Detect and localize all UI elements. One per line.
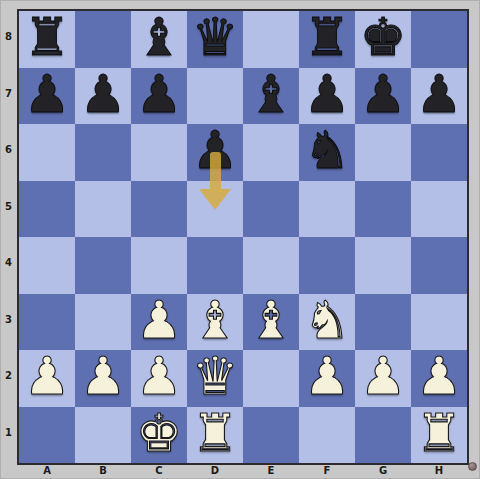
square-g5[interactable] — [355, 181, 411, 238]
rank-label-5: 5 — [1, 201, 16, 212]
file-label-c: C — [131, 465, 187, 476]
square-f4[interactable] — [299, 237, 355, 294]
square-b6[interactable] — [75, 124, 131, 181]
square-c6[interactable] — [131, 124, 187, 181]
white-bishop-piece[interactable]: ♝ — [248, 294, 295, 346]
black-rook-piece[interactable]: ♜ — [24, 11, 71, 63]
square-f2[interactable]: ♟ — [299, 350, 355, 407]
square-g4[interactable] — [355, 237, 411, 294]
square-h1[interactable]: ♜ — [411, 407, 467, 464]
square-h7[interactable]: ♟ — [411, 68, 467, 125]
white-pawn-piece[interactable]: ♟ — [24, 350, 71, 402]
square-g3[interactable] — [355, 294, 411, 351]
square-g1[interactable] — [355, 407, 411, 464]
file-label-f: F — [299, 465, 355, 476]
black-rook-piece[interactable]: ♜ — [304, 11, 351, 63]
square-c2[interactable]: ♟ — [131, 350, 187, 407]
white-queen-piece[interactable]: ♛ — [192, 350, 239, 402]
white-pawn-piece[interactable]: ♟ — [80, 350, 127, 402]
square-a5[interactable] — [19, 181, 75, 238]
square-e5[interactable] — [243, 181, 299, 238]
black-bishop-piece[interactable]: ♝ — [136, 11, 183, 63]
square-d8[interactable]: ♛ — [187, 11, 243, 68]
board-frame: ♜♝♛♜♚♟♟♟♝♟♟♟♟♞♟♝♝♞♟♟♟♛♟♟♟♚♜♜ — [17, 9, 469, 465]
square-b4[interactable] — [75, 237, 131, 294]
square-a6[interactable] — [19, 124, 75, 181]
black-knight-piece[interactable]: ♞ — [304, 124, 351, 176]
square-a4[interactable] — [19, 237, 75, 294]
square-e6[interactable] — [243, 124, 299, 181]
square-e4[interactable] — [243, 237, 299, 294]
square-c3[interactable]: ♟ — [131, 294, 187, 351]
rank-label-2: 2 — [1, 370, 16, 381]
square-d5[interactable] — [187, 181, 243, 238]
square-b1[interactable] — [75, 407, 131, 464]
square-a8[interactable]: ♜ — [19, 11, 75, 68]
white-pawn-piece[interactable]: ♟ — [416, 350, 463, 402]
black-bishop-piece[interactable]: ♝ — [248, 68, 295, 120]
file-label-g: G — [355, 465, 411, 476]
square-g6[interactable] — [355, 124, 411, 181]
black-pawn-piece[interactable]: ♟ — [360, 68, 407, 120]
white-pawn-piece[interactable]: ♟ — [136, 350, 183, 402]
square-g7[interactable]: ♟ — [355, 68, 411, 125]
file-label-a: A — [19, 465, 75, 476]
square-a3[interactable] — [19, 294, 75, 351]
square-c5[interactable] — [131, 181, 187, 238]
square-h6[interactable] — [411, 124, 467, 181]
white-rook-piece[interactable]: ♜ — [416, 407, 463, 459]
square-h5[interactable] — [411, 181, 467, 238]
square-e3[interactable]: ♝ — [243, 294, 299, 351]
rank-label-7: 7 — [1, 88, 16, 99]
square-e7[interactable]: ♝ — [243, 68, 299, 125]
square-c1[interactable]: ♚ — [131, 407, 187, 464]
square-f7[interactable]: ♟ — [299, 68, 355, 125]
white-pawn-piece[interactable]: ♟ — [136, 294, 183, 346]
black-pawn-piece[interactable]: ♟ — [304, 68, 351, 120]
square-b2[interactable]: ♟ — [75, 350, 131, 407]
black-pawn-piece[interactable]: ♟ — [24, 68, 71, 120]
square-a7[interactable]: ♟ — [19, 68, 75, 125]
square-e8[interactable] — [243, 11, 299, 68]
square-b5[interactable] — [75, 181, 131, 238]
file-label-e: E — [243, 465, 299, 476]
rank-label-1: 1 — [1, 427, 16, 438]
rank-label-8: 8 — [1, 31, 16, 42]
square-h3[interactable] — [411, 294, 467, 351]
square-h2[interactable]: ♟ — [411, 350, 467, 407]
black-king-piece[interactable]: ♚ — [360, 11, 407, 63]
square-f6[interactable]: ♞ — [299, 124, 355, 181]
white-knight-piece[interactable]: ♞ — [304, 294, 351, 346]
white-pawn-piece[interactable]: ♟ — [304, 350, 351, 402]
square-d6[interactable]: ♟ — [187, 124, 243, 181]
rank-label-3: 3 — [1, 314, 16, 325]
white-bishop-piece[interactable]: ♝ — [192, 294, 239, 346]
square-a2[interactable]: ♟ — [19, 350, 75, 407]
chess-board: ♜♝♛♜♚♟♟♟♝♟♟♟♟♞♟♝♝♞♟♟♟♛♟♟♟♚♜♜ — [19, 11, 467, 463]
square-c7[interactable]: ♟ — [131, 68, 187, 125]
square-f5[interactable] — [299, 181, 355, 238]
square-c4[interactable] — [131, 237, 187, 294]
black-pawn-piece[interactable]: ♟ — [416, 68, 463, 120]
white-rook-piece[interactable]: ♜ — [192, 407, 239, 459]
square-e2[interactable] — [243, 350, 299, 407]
square-h4[interactable] — [411, 237, 467, 294]
square-b3[interactable] — [75, 294, 131, 351]
square-d7[interactable] — [187, 68, 243, 125]
square-a1[interactable] — [19, 407, 75, 464]
white-king-piece[interactable]: ♚ — [136, 407, 183, 459]
white-pawn-piece[interactable]: ♟ — [360, 350, 407, 402]
file-label-b: B — [75, 465, 131, 476]
black-pawn-piece[interactable]: ♟ — [192, 124, 239, 176]
square-g8[interactable]: ♚ — [355, 11, 411, 68]
rank-label-6: 6 — [1, 144, 16, 155]
file-label-h: H — [411, 465, 467, 476]
black-pawn-piece[interactable]: ♟ — [80, 68, 127, 120]
black-queen-piece[interactable]: ♛ — [192, 11, 239, 63]
square-f1[interactable] — [299, 407, 355, 464]
square-f8[interactable]: ♜ — [299, 11, 355, 68]
square-h8[interactable] — [411, 11, 467, 68]
black-pawn-piece[interactable]: ♟ — [136, 68, 183, 120]
square-c8[interactable]: ♝ — [131, 11, 187, 68]
rank-label-4: 4 — [1, 257, 16, 268]
resize-grip[interactable] — [468, 462, 477, 471]
chess-board-window: ♜♝♛♜♚♟♟♟♝♟♟♟♟♞♟♝♝♞♟♟♟♛♟♟♟♚♜♜ 87654321 AB… — [0, 0, 480, 479]
square-d4[interactable] — [187, 237, 243, 294]
square-d1[interactable]: ♜ — [187, 407, 243, 464]
square-g2[interactable]: ♟ — [355, 350, 411, 407]
square-b7[interactable]: ♟ — [75, 68, 131, 125]
square-e1[interactable] — [243, 407, 299, 464]
square-f3[interactable]: ♞ — [299, 294, 355, 351]
square-d2[interactable]: ♛ — [187, 350, 243, 407]
square-d3[interactable]: ♝ — [187, 294, 243, 351]
square-b8[interactable] — [75, 11, 131, 68]
file-label-d: D — [187, 465, 243, 476]
